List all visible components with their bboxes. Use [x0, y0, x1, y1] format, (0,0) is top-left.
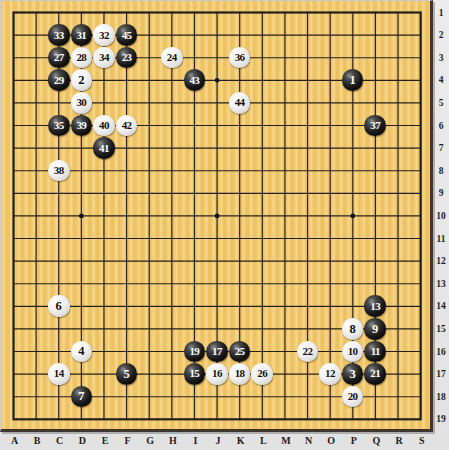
black-stone-move-23-F3: 23 [116, 47, 138, 69]
row-label-1: 1 [433, 7, 449, 19]
white-stone-move-8-P15: 8 [342, 318, 364, 340]
row-label-13: 13 [433, 278, 449, 290]
row-label-11: 11 [433, 233, 449, 245]
move-number: 4 [78, 345, 84, 358]
black-stone-move-41-E7: 41 [93, 137, 115, 159]
column-label-J: J [209, 435, 227, 447]
move-number: 12 [325, 368, 335, 379]
move-number: 26 [257, 368, 267, 379]
column-label-Q: Q [367, 435, 385, 447]
move-number: 16 [212, 368, 222, 379]
row-label-12: 12 [433, 255, 449, 267]
white-stone-move-4-D16: 4 [71, 341, 93, 363]
move-number: 1 [350, 74, 356, 87]
black-stone-move-21-Q17: 21 [364, 363, 386, 385]
row-labels: 12345678910111213141516171819 [433, 0, 449, 432]
move-number: 14 [54, 368, 64, 379]
column-labels: ABCDEFGHIJKLMNOPQRS [0, 432, 449, 450]
column-label-K: K [232, 435, 250, 447]
move-number: 36 [235, 52, 245, 63]
column-label-M: M [277, 435, 295, 447]
white-stone-move-18-K17: 18 [229, 363, 251, 385]
move-number: 44 [235, 97, 245, 108]
move-number: 34 [99, 52, 109, 63]
white-stone-move-26-L17: 26 [251, 363, 273, 385]
column-label-O: O [322, 435, 340, 447]
black-stone-move-33-C2: 33 [48, 24, 70, 46]
move-number: 30 [76, 97, 86, 108]
black-stone-move-19-I16: 19 [184, 341, 206, 363]
black-stone-move-35-C6: 35 [48, 115, 70, 137]
move-number: 40 [99, 119, 109, 130]
move-number: 23 [122, 52, 132, 63]
black-stone-move-29-C4: 29 [48, 69, 70, 91]
row-label-16: 16 [433, 346, 449, 358]
column-label-S: S [413, 435, 431, 447]
row-label-17: 17 [433, 368, 449, 380]
column-label-R: R [390, 435, 408, 447]
move-number: 38 [54, 165, 64, 176]
move-number: 31 [76, 29, 86, 40]
white-stone-move-10-P16: 10 [342, 341, 364, 363]
row-label-5: 5 [433, 97, 449, 109]
move-number: 35 [54, 119, 64, 130]
move-number: 32 [99, 29, 109, 40]
move-number: 28 [76, 52, 86, 63]
move-number: 13 [370, 300, 380, 311]
row-label-3: 3 [433, 52, 449, 64]
move-number: 9 [372, 322, 378, 335]
row-label-19: 19 [433, 413, 449, 425]
row-label-15: 15 [433, 323, 449, 335]
black-stone-move-27-C3: 27 [48, 47, 70, 69]
move-number: 42 [122, 119, 132, 130]
white-stone-move-34-E3: 34 [93, 47, 115, 69]
move-number: 27 [54, 52, 64, 63]
move-number: 20 [348, 391, 358, 402]
move-number: 18 [235, 368, 245, 379]
white-stone-move-12-O17: 12 [319, 363, 341, 385]
black-stone-move-5-F17: 5 [116, 363, 138, 385]
move-number: 6 [56, 299, 62, 312]
move-number: 2 [78, 74, 84, 87]
move-number: 19 [189, 345, 199, 356]
board-intersections: 1234567891011121314151617181920212223242… [2, 1, 432, 430]
column-label-I: I [187, 435, 205, 447]
move-number: 33 [54, 29, 64, 40]
white-stone-move-36-K3: 36 [229, 47, 251, 69]
white-stone-move-16-J17: 16 [206, 363, 228, 385]
move-number: 17 [212, 345, 222, 356]
column-label-C: C [51, 435, 69, 447]
black-stone-move-9-Q15: 9 [364, 318, 386, 340]
column-label-E: E [96, 435, 114, 447]
column-label-F: F [119, 435, 137, 447]
black-stone-move-37-Q6: 37 [364, 115, 386, 137]
black-stone-move-31-D2: 31 [71, 24, 93, 46]
move-number: 15 [189, 368, 199, 379]
move-number: 39 [76, 119, 86, 130]
white-stone-move-30-D5: 30 [71, 92, 93, 114]
black-stone-move-7-D18: 7 [71, 386, 93, 408]
move-number: 21 [370, 368, 380, 379]
column-label-H: H [164, 435, 182, 447]
move-number: 7 [78, 390, 84, 403]
white-stone-move-14-C17: 14 [48, 363, 70, 385]
white-stone-move-44-K5: 44 [229, 92, 251, 114]
move-number: 10 [348, 345, 358, 356]
white-stone-move-6-C14: 6 [48, 295, 70, 317]
move-number: 29 [54, 74, 64, 85]
column-label-P: P [345, 435, 363, 447]
row-label-2: 2 [433, 29, 449, 41]
move-number: 45 [122, 29, 132, 40]
move-number: 11 [371, 345, 380, 356]
black-stone-move-25-K16: 25 [229, 341, 251, 363]
column-label-D: D [73, 435, 91, 447]
move-number: 5 [123, 367, 129, 380]
move-number: 8 [350, 322, 356, 335]
black-stone-move-1-P4: 1 [342, 69, 364, 91]
black-stone-move-15-I17: 15 [184, 363, 206, 385]
column-label-B: B [28, 435, 46, 447]
white-stone-move-28-D3: 28 [71, 47, 93, 69]
black-stone-move-3-P17: 3 [342, 363, 364, 385]
column-label-G: G [141, 435, 159, 447]
row-label-8: 8 [433, 165, 449, 177]
move-number: 41 [99, 142, 109, 153]
white-stone-move-24-H3: 24 [161, 47, 183, 69]
black-stone-move-17-J16: 17 [206, 341, 228, 363]
row-label-14: 14 [433, 300, 449, 312]
black-stone-move-11-Q16: 11 [364, 341, 386, 363]
white-stone-move-42-F6: 42 [116, 115, 138, 137]
row-label-9: 9 [433, 187, 449, 199]
column-label-L: L [254, 435, 272, 447]
row-label-4: 4 [433, 74, 449, 86]
white-stone-move-40-E6: 40 [93, 115, 115, 137]
black-stone-move-45-F2: 45 [116, 24, 138, 46]
white-stone-move-2-D4: 2 [71, 69, 93, 91]
white-stone-move-32-E2: 32 [93, 24, 115, 46]
move-number: 25 [235, 345, 245, 356]
white-stone-move-20-P18: 20 [342, 386, 364, 408]
move-number: 22 [303, 345, 313, 356]
row-label-10: 10 [433, 210, 449, 222]
column-label-A: A [6, 435, 24, 447]
row-label-18: 18 [433, 391, 449, 403]
column-label-N: N [300, 435, 318, 447]
row-label-7: 7 [433, 142, 449, 154]
black-stone-move-13-Q14: 13 [364, 295, 386, 317]
white-stone-move-22-N16: 22 [297, 341, 319, 363]
row-label-6: 6 [433, 120, 449, 132]
go-board-diagram: 1234567891011121314151617181920212223242… [0, 0, 449, 450]
move-number: 37 [370, 119, 380, 130]
white-stone-move-38-C8: 38 [48, 160, 70, 182]
move-number: 24 [167, 52, 177, 63]
black-stone-move-39-D6: 39 [71, 115, 93, 137]
black-stone-move-43-I4: 43 [184, 69, 206, 91]
move-number: 43 [189, 74, 199, 85]
move-number: 3 [350, 367, 356, 380]
